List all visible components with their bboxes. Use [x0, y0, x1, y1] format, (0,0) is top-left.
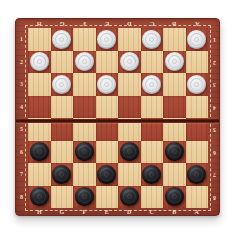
black-checker-piece[interactable]: ●: [165, 187, 184, 206]
black-checker-piece[interactable]: ●: [30, 142, 49, 161]
white-checker-piece[interactable]: ●: [120, 52, 139, 71]
square-E1[interactable]: ●: [96, 28, 119, 51]
square-D4[interactable]: [118, 96, 141, 119]
file-labels-top: HGFEDCBA: [28, 20, 208, 28]
white-checker-piece[interactable]: ●: [97, 75, 116, 94]
white-checker-piece[interactable]: ●: [97, 30, 116, 49]
black-checker-piece[interactable]: ●: [75, 187, 94, 206]
rank-label-5: 5: [16, 118, 27, 141]
square-D1[interactable]: [118, 28, 141, 51]
rank-label-2: 2: [16, 51, 27, 74]
square-C8[interactable]: [141, 186, 164, 209]
checkers-board: HGFEDCBA HGFEDCBA 12345678 12345678 ●●●●…: [15, 18, 220, 216]
file-labels-bottom: HGFEDCBA: [28, 208, 208, 216]
rank-label-8: 8: [16, 186, 27, 209]
square-G7[interactable]: ●: [51, 163, 74, 186]
square-C3[interactable]: ●: [141, 73, 164, 96]
rank-label-4: 4: [209, 96, 220, 119]
square-E7[interactable]: ●: [96, 163, 119, 186]
file-label-G: G: [51, 208, 74, 216]
square-G3[interactable]: ●: [51, 73, 74, 96]
black-piece-glyph: ●: [120, 187, 139, 206]
file-label-B: B: [163, 208, 186, 216]
square-B3[interactable]: [163, 73, 186, 96]
file-label-C: C: [141, 208, 164, 216]
square-D3[interactable]: [118, 73, 141, 96]
square-H5[interactable]: [28, 118, 51, 141]
black-piece-glyph: ●: [30, 187, 49, 206]
white-piece-glyph: ●: [97, 75, 116, 94]
black-checker-piece[interactable]: ●: [165, 142, 184, 161]
black-checker-piece[interactable]: ●: [30, 187, 49, 206]
black-checker-piece[interactable]: ●: [120, 142, 139, 161]
white-piece-glyph: ●: [30, 52, 49, 71]
white-checker-piece[interactable]: ●: [52, 30, 71, 49]
rank-label-3: 3: [16, 73, 27, 96]
square-C2[interactable]: [141, 51, 164, 74]
white-piece-glyph: ●: [142, 30, 161, 49]
square-D2[interactable]: ●: [118, 51, 141, 74]
square-G2[interactable]: [51, 51, 74, 74]
square-F2[interactable]: ●: [73, 51, 96, 74]
black-piece-glyph: ●: [165, 187, 184, 206]
white-piece-glyph: ●: [187, 30, 206, 49]
rank-label-6: 6: [16, 141, 27, 164]
square-E3[interactable]: ●: [96, 73, 119, 96]
file-label-F: F: [73, 208, 96, 216]
white-piece-glyph: ●: [187, 75, 206, 94]
square-A1[interactable]: ●: [186, 28, 209, 51]
square-H4[interactable]: [28, 96, 51, 119]
square-C1[interactable]: ●: [141, 28, 164, 51]
black-piece-glyph: ●: [187, 165, 206, 184]
square-E2[interactable]: [96, 51, 119, 74]
black-piece-glyph: ●: [52, 165, 71, 184]
square-E4[interactable]: [96, 96, 119, 119]
square-A4[interactable]: [186, 96, 209, 119]
rank-labels-right: 12345678: [209, 28, 220, 208]
file-label-E: E: [96, 208, 119, 216]
file-label-F: F: [73, 20, 96, 28]
square-H8[interactable]: ●: [28, 186, 51, 209]
square-H1[interactable]: [28, 28, 51, 51]
square-A7[interactable]: ●: [186, 163, 209, 186]
black-piece-glyph: ●: [142, 165, 161, 184]
square-F5[interactable]: [73, 118, 96, 141]
white-checker-piece[interactable]: ●: [75, 52, 94, 71]
square-H7[interactable]: [28, 163, 51, 186]
square-A5[interactable]: [186, 118, 209, 141]
square-B8[interactable]: ●: [163, 186, 186, 209]
rank-label-4: 4: [16, 96, 27, 119]
black-piece-glyph: ●: [75, 142, 94, 161]
white-piece-glyph: ●: [142, 75, 161, 94]
file-label-G: G: [51, 20, 74, 28]
rank-label-7: 7: [209, 163, 220, 186]
white-checker-piece[interactable]: ●: [52, 75, 71, 94]
square-E5[interactable]: [96, 118, 119, 141]
rank-label-3: 3: [209, 73, 220, 96]
square-B1[interactable]: [163, 28, 186, 51]
black-checker-piece[interactable]: ●: [75, 142, 94, 161]
black-checker-piece[interactable]: ●: [187, 165, 206, 184]
square-D5[interactable]: [118, 118, 141, 141]
square-B5[interactable]: [163, 118, 186, 141]
rank-label-1: 1: [16, 28, 27, 51]
file-label-H: H: [28, 20, 51, 28]
square-H2[interactable]: ●: [28, 51, 51, 74]
rank-label-7: 7: [16, 163, 27, 186]
file-label-A: A: [186, 208, 209, 216]
square-A2[interactable]: [186, 51, 209, 74]
white-piece-glyph: ●: [120, 52, 139, 71]
square-F7[interactable]: [73, 163, 96, 186]
square-H3[interactable]: [28, 73, 51, 96]
square-B7[interactable]: [163, 163, 186, 186]
square-F3[interactable]: [73, 73, 96, 96]
square-G1[interactable]: ●: [51, 28, 74, 51]
square-C7[interactable]: ●: [141, 163, 164, 186]
square-D7[interactable]: [118, 163, 141, 186]
black-piece-glyph: ●: [120, 142, 139, 161]
square-D8[interactable]: ●: [118, 186, 141, 209]
black-checker-piece[interactable]: ●: [120, 187, 139, 206]
square-G4[interactable]: [51, 96, 74, 119]
file-label-E: E: [96, 20, 119, 28]
square-F4[interactable]: [73, 96, 96, 119]
square-B2[interactable]: ●: [163, 51, 186, 74]
white-piece-glyph: ●: [165, 52, 184, 71]
square-E8[interactable]: [96, 186, 119, 209]
file-label-D: D: [118, 20, 141, 28]
white-checker-piece[interactable]: ●: [142, 75, 161, 94]
white-piece-glyph: ●: [75, 52, 94, 71]
white-checker-piece[interactable]: ●: [165, 52, 184, 71]
white-checker-piece[interactable]: ●: [187, 30, 206, 49]
white-piece-glyph: ●: [52, 30, 71, 49]
square-B6[interactable]: ●: [163, 141, 186, 164]
black-piece-glyph: ●: [97, 165, 116, 184]
black-checker-piece[interactable]: ●: [97, 165, 116, 184]
square-B4[interactable]: [163, 96, 186, 119]
board-squares: ●●●●●●●●●●●●●●●●●●●●●●●●: [28, 28, 208, 208]
square-C5[interactable]: [141, 118, 164, 141]
square-A8[interactable]: [186, 186, 209, 209]
square-F8[interactable]: ●: [73, 186, 96, 209]
rank-label-6: 6: [209, 141, 220, 164]
white-piece-glyph: ●: [97, 30, 116, 49]
rank-label-5: 5: [209, 118, 220, 141]
square-A6[interactable]: [186, 141, 209, 164]
file-label-A: A: [186, 20, 209, 28]
square-G8[interactable]: [51, 186, 74, 209]
square-D6[interactable]: ●: [118, 141, 141, 164]
black-piece-glyph: ●: [30, 142, 49, 161]
square-C4[interactable]: [141, 96, 164, 119]
square-C6[interactable]: [141, 141, 164, 164]
black-piece-glyph: ●: [75, 187, 94, 206]
square-F6[interactable]: ●: [73, 141, 96, 164]
square-G5[interactable]: [51, 118, 74, 141]
rank-labels-left: 12345678: [16, 28, 27, 208]
black-piece-glyph: ●: [165, 142, 184, 161]
black-checker-piece[interactable]: ●: [142, 165, 161, 184]
rank-label-2: 2: [209, 51, 220, 74]
rank-label-8: 8: [209, 186, 220, 209]
square-G6[interactable]: [51, 141, 74, 164]
square-E6[interactable]: [96, 141, 119, 164]
square-A3[interactable]: ●: [186, 73, 209, 96]
file-label-C: C: [141, 20, 164, 28]
black-checker-piece[interactable]: ●: [52, 165, 71, 184]
file-label-H: H: [28, 208, 51, 216]
white-checker-piece[interactable]: ●: [30, 52, 49, 71]
white-checker-piece[interactable]: ●: [142, 30, 161, 49]
square-H6[interactable]: ●: [28, 141, 51, 164]
file-label-D: D: [118, 208, 141, 216]
white-checker-piece[interactable]: ●: [187, 75, 206, 94]
square-F1[interactable]: [73, 28, 96, 51]
file-label-B: B: [163, 20, 186, 28]
white-piece-glyph: ●: [52, 75, 71, 94]
photo-background: HGFEDCBA HGFEDCBA 12345678 12345678 ●●●●…: [0, 0, 240, 240]
rank-label-1: 1: [209, 28, 220, 51]
